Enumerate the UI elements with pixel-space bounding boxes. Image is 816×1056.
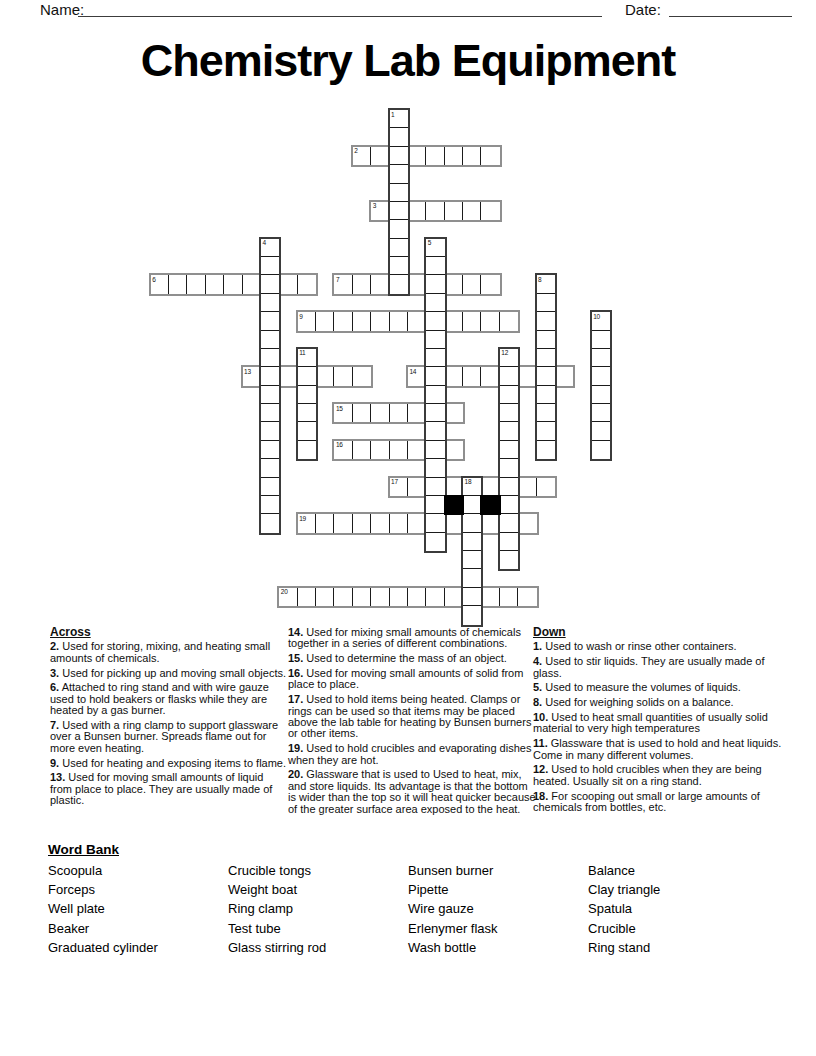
word-10-down: 10 xyxy=(590,310,612,461)
clue-down-5: 5. Used to measure the volumes of liquid… xyxy=(533,682,785,693)
grid-cell[interactable] xyxy=(445,147,463,165)
grid-cell[interactable] xyxy=(261,422,279,440)
grid-cell[interactable] xyxy=(463,588,481,606)
grid-cell[interactable] xyxy=(298,386,316,404)
grid-cell[interactable] xyxy=(316,514,334,532)
word-bank-item: Spatula xyxy=(588,899,660,918)
word-bank-item: Balance xyxy=(588,861,660,880)
grid-cell[interactable] xyxy=(592,349,610,367)
grid-cell[interactable] xyxy=(426,312,444,330)
grid-cell[interactable] xyxy=(463,202,481,220)
grid-cell[interactable] xyxy=(298,404,316,422)
grid-cell[interactable] xyxy=(353,312,371,330)
clues-down-column: Down 1. Used to wash or rinse other cont… xyxy=(533,627,785,817)
grid-cell[interactable] xyxy=(463,147,481,165)
grid-cell[interactable] xyxy=(500,441,518,459)
word-bank-item: Wash bottle xyxy=(408,938,498,957)
grid-cell[interactable] xyxy=(500,514,518,532)
grid-cell[interactable] xyxy=(518,478,536,496)
word-bank-item: Weight boat xyxy=(228,880,326,899)
grid-cell[interactable] xyxy=(592,367,610,385)
grid-cell[interactable] xyxy=(426,496,444,514)
clue-number: 16 xyxy=(336,441,343,448)
word-bank-item: Scoopula xyxy=(48,861,158,880)
grid-cell[interactable] xyxy=(206,275,224,293)
grid-cell[interactable] xyxy=(390,312,408,330)
grid-cell[interactable] xyxy=(187,275,205,293)
grid-cell[interactable] xyxy=(537,422,555,440)
clue-number: 6 xyxy=(152,276,155,283)
grid-cell[interactable] xyxy=(500,551,518,569)
grid-cell[interactable] xyxy=(445,404,463,422)
grid-cell[interactable] xyxy=(537,349,555,367)
grid-cell[interactable] xyxy=(390,128,408,146)
clue-number: 7 xyxy=(336,276,339,283)
word-bank-item: Ring stand xyxy=(588,938,660,957)
grid-cell[interactable] xyxy=(481,147,499,165)
word-11-down: 11 xyxy=(296,347,318,461)
grid-cell[interactable] xyxy=(426,441,444,459)
grid-cell[interactable] xyxy=(426,588,444,606)
grid-cell[interactable] xyxy=(426,202,444,220)
grid-cell[interactable] xyxy=(500,312,518,330)
grid-cell[interactable] xyxy=(537,478,555,496)
grid-cell[interactable] xyxy=(445,441,463,459)
clue-number: 11 xyxy=(299,349,305,356)
grid-cell[interactable] xyxy=(353,514,371,532)
grid-cell[interactable]: 18 xyxy=(463,478,481,496)
clue-number: 14 xyxy=(409,368,416,375)
grid-cell[interactable] xyxy=(261,496,279,514)
clues-across-column-1: Across 2. Used for storing, mixing, and … xyxy=(50,627,288,810)
grid-cell[interactable] xyxy=(224,275,242,293)
grid-cell[interactable] xyxy=(537,367,555,385)
grid-cell[interactable] xyxy=(463,312,481,330)
grid-cell[interactable] xyxy=(426,422,444,440)
word-bank-item: Erlenymer flask xyxy=(408,919,498,938)
grid-cell[interactable] xyxy=(445,312,463,330)
grid-cell[interactable]: 12 xyxy=(500,349,518,367)
clue-across-6: 6. Attached to ring stand and with wire … xyxy=(50,682,288,716)
grid-cell[interactable] xyxy=(592,331,610,349)
grid-cell[interactable] xyxy=(426,459,444,477)
word-bank-item: Crucible xyxy=(588,919,660,938)
grid-cell[interactable] xyxy=(537,404,555,422)
grid-cell[interactable] xyxy=(371,404,389,422)
grid-cell[interactable] xyxy=(500,404,518,422)
grid-cell[interactable]: 5 xyxy=(426,239,444,257)
grid-cell[interactable] xyxy=(463,514,481,532)
grid-cell[interactable] xyxy=(518,514,536,532)
word-4-down: 4 xyxy=(259,237,281,535)
grid-cell[interactable] xyxy=(426,275,444,293)
grid-cell[interactable]: 1 xyxy=(390,110,408,128)
grid-cell[interactable] xyxy=(261,459,279,477)
grid-cell[interactable] xyxy=(500,459,518,477)
grid-cell[interactable] xyxy=(481,202,499,220)
word-12-down: 12 xyxy=(498,347,520,572)
clue-across-16: 16. Used for moving small amounts of sol… xyxy=(288,668,536,691)
grid-cell[interactable] xyxy=(390,514,408,532)
clue-number: 4 xyxy=(262,239,265,246)
grid-cell[interactable] xyxy=(500,496,518,514)
grid-cell[interactable]: 6 xyxy=(151,275,169,293)
word-bank-item: Forceps xyxy=(48,880,158,899)
grid-cell[interactable] xyxy=(500,533,518,551)
grid-cell[interactable] xyxy=(371,588,389,606)
grid-cell[interactable] xyxy=(592,386,610,404)
clue-number: 13 xyxy=(244,368,251,375)
grid-cell[interactable] xyxy=(390,202,408,220)
clue-down-10: 10. Used to heat small quantities of usu… xyxy=(533,712,785,735)
grid-cell[interactable] xyxy=(353,441,371,459)
clue-number: 8 xyxy=(538,276,541,283)
word-bank-item: Crucible tongs xyxy=(228,861,326,880)
grid-cell[interactable]: 15 xyxy=(334,404,352,422)
word-1-down: 1 xyxy=(388,108,410,296)
clues-across-column-2: 14. Used for mixing small amounts of che… xyxy=(288,627,536,818)
grid-cell[interactable] xyxy=(537,331,555,349)
clue-number: 19 xyxy=(299,515,306,522)
grid-cell[interactable] xyxy=(426,404,444,422)
grid-cell[interactable] xyxy=(500,588,518,606)
grid-cell[interactable] xyxy=(390,220,408,238)
grid-cell[interactable] xyxy=(426,349,444,367)
clue-across-3: 3. Used for picking up and moving small … xyxy=(50,668,288,679)
clue-number: 20 xyxy=(281,588,288,595)
grid-cell[interactable]: 4 xyxy=(261,239,279,257)
grid-cell[interactable] xyxy=(518,588,536,606)
grid-cell[interactable] xyxy=(390,147,408,165)
word-bank-item: Well plate xyxy=(48,899,158,918)
word-bank-column-4: BalanceClay triangleSpatulaCrucibleRing … xyxy=(588,861,660,957)
grid-cell[interactable] xyxy=(537,441,555,459)
grid-cell[interactable] xyxy=(334,514,352,532)
clue-down-11: 11. Glassware that is used to hold and h… xyxy=(533,738,785,761)
black-cell xyxy=(444,495,464,515)
grid-cell[interactable] xyxy=(408,147,426,165)
word-20-across: 20 xyxy=(277,586,538,608)
grid-cell[interactable] xyxy=(390,275,408,293)
clue-across-7: 7. Used with a ring clamp to support gla… xyxy=(50,720,288,754)
down-header: Down xyxy=(533,627,785,638)
clue-number: 9 xyxy=(299,313,302,320)
clue-across-15: 15. Used to determine the mass of an obj… xyxy=(288,653,536,664)
grid-cell[interactable] xyxy=(353,367,371,385)
grid-cell[interactable] xyxy=(334,588,352,606)
grid-cell[interactable] xyxy=(481,588,499,606)
grid-cell[interactable] xyxy=(261,367,279,385)
word-6-across: 6 xyxy=(149,273,318,295)
word-bank-item: Wire gauze xyxy=(408,899,498,918)
grid-cell[interactable]: 11 xyxy=(298,349,316,367)
word-bank-column-3: Bunsen burnerPipetteWire gauzeErlenymer … xyxy=(408,861,498,957)
clue-down-1: 1. Used to wash or rinse other container… xyxy=(533,641,785,652)
grid-cell[interactable] xyxy=(408,202,426,220)
grid-cell[interactable] xyxy=(261,478,279,496)
grid-cell[interactable] xyxy=(463,496,481,514)
grid-cell[interactable] xyxy=(555,367,573,385)
grid-cell[interactable] xyxy=(353,275,371,293)
grid-cell[interactable] xyxy=(390,239,408,257)
grid-cell[interactable] xyxy=(537,386,555,404)
grid-cell[interactable] xyxy=(463,533,481,551)
word-7-across: 7 xyxy=(332,273,501,295)
grid-cell[interactable] xyxy=(334,367,352,385)
grid-cell[interactable] xyxy=(445,367,463,385)
clue-down-4: 4. Used to stir liquids. They are usuall… xyxy=(533,656,785,679)
grid-cell[interactable] xyxy=(463,275,481,293)
clue-across-14: 14. Used for mixing small amounts of che… xyxy=(288,627,536,650)
grid-cell[interactable] xyxy=(261,514,279,532)
grid-cell[interactable] xyxy=(463,367,481,385)
grid-cell[interactable] xyxy=(500,478,518,496)
grid-cell[interactable] xyxy=(261,386,279,404)
word-bank-item: Glass stirring rod xyxy=(228,938,326,957)
grid-cell[interactable] xyxy=(261,312,279,330)
clue-number: 2 xyxy=(354,147,357,154)
grid-cell[interactable] xyxy=(353,588,371,606)
grid-cell[interactable]: 17 xyxy=(390,478,408,496)
grid-cell[interactable] xyxy=(426,367,444,385)
word-bank-column-1: ScoopulaForcepsWell plateBeakerGraduated… xyxy=(48,861,158,957)
black-cell xyxy=(480,495,500,515)
grid-cell[interactable] xyxy=(426,331,444,349)
grid-cell[interactable] xyxy=(316,312,334,330)
clue-number: 18 xyxy=(465,478,472,485)
grid-cell[interactable] xyxy=(316,367,334,385)
grid-cell[interactable]: 7 xyxy=(334,275,352,293)
clue-number: 3 xyxy=(373,202,376,209)
grid-cell[interactable] xyxy=(426,294,444,312)
word-bank-item: Bunsen burner xyxy=(408,861,498,880)
grid-cell[interactable] xyxy=(371,312,389,330)
grid-cell[interactable] xyxy=(261,257,279,275)
word-bank-item: Beaker xyxy=(48,919,158,938)
grid-cell[interactable] xyxy=(426,514,444,532)
grid-cell[interactable] xyxy=(537,312,555,330)
clue-across-19: 19. Used to hold crucibles and evaporati… xyxy=(288,743,536,766)
grid-cell[interactable] xyxy=(500,422,518,440)
grid-cell[interactable] xyxy=(279,275,297,293)
word-bank-item: Pipette xyxy=(408,880,498,899)
grid-cell[interactable] xyxy=(408,588,426,606)
grid-cell[interactable] xyxy=(426,478,444,496)
clue-across-13: 13. Used for moving small amounts of liq… xyxy=(50,772,288,806)
grid-cell[interactable] xyxy=(261,404,279,422)
grid-cell[interactable] xyxy=(463,569,481,587)
grid-cell[interactable] xyxy=(261,294,279,312)
grid-cell[interactable] xyxy=(445,275,463,293)
grid-cell[interactable] xyxy=(298,588,316,606)
clue-across-20: 20. Glassware that is used to Used to he… xyxy=(288,769,536,815)
grid-cell[interactable] xyxy=(426,533,444,551)
grid-cell[interactable] xyxy=(261,441,279,459)
grid-cell[interactable]: 8 xyxy=(537,275,555,293)
word-bank-column-2: Crucible tongsWeight boatRing clampTest … xyxy=(228,861,326,957)
grid-cell[interactable] xyxy=(334,312,352,330)
word-bank-item: Test tube xyxy=(228,919,326,938)
grid-cell[interactable] xyxy=(463,551,481,569)
grid-cell[interactable] xyxy=(371,514,389,532)
grid-cell[interactable]: 16 xyxy=(334,441,352,459)
grid-cell[interactable] xyxy=(298,422,316,440)
grid-cell[interactable] xyxy=(537,294,555,312)
word-bank-item: Clay triangle xyxy=(588,880,660,899)
clue-number: 10 xyxy=(593,313,600,320)
grid-cell[interactable] xyxy=(298,367,316,385)
grid-cell[interactable] xyxy=(426,147,444,165)
word-bank-header: Word Bank xyxy=(48,842,119,857)
grid-cell[interactable] xyxy=(481,275,499,293)
grid-cell[interactable] xyxy=(445,202,463,220)
clue-down-12: 12. Used to hold crucibles when they are… xyxy=(533,764,785,787)
grid-cell[interactable] xyxy=(592,404,610,422)
clue-number: 12 xyxy=(501,349,508,356)
clue-number: 15 xyxy=(336,405,343,412)
clue-number: 1 xyxy=(391,111,394,118)
worksheet-page: Name: Date: Chemistry Lab Equipment 2367… xyxy=(0,0,816,1056)
word-bank-item: Graduated cylinder xyxy=(48,938,158,957)
grid-cell[interactable] xyxy=(298,441,316,459)
grid-cell[interactable] xyxy=(426,386,444,404)
clue-down-18: 18. For scooping out small or large amou… xyxy=(533,791,785,814)
grid-cell[interactable]: 2 xyxy=(353,147,371,165)
grid-cell[interactable] xyxy=(390,404,408,422)
grid-cell[interactable]: 19 xyxy=(298,514,316,532)
grid-cell[interactable] xyxy=(463,606,481,624)
clue-across-2: 2. Used for storing, mixing, and heating… xyxy=(50,641,288,664)
grid-cell[interactable] xyxy=(500,367,518,385)
clue-across-17: 17. Used to hold items being heated. Cla… xyxy=(288,694,536,740)
grid-cell[interactable] xyxy=(169,275,187,293)
grid-cell[interactable] xyxy=(592,422,610,440)
word-9-across: 9 xyxy=(296,310,521,332)
grid-cell[interactable] xyxy=(261,275,279,293)
grid-cell[interactable] xyxy=(298,275,316,293)
grid-cell[interactable] xyxy=(390,588,408,606)
grid-cell[interactable]: 9 xyxy=(298,312,316,330)
grid-cell[interactable] xyxy=(371,441,389,459)
grid-cell[interactable] xyxy=(261,331,279,349)
clue-across-9: 9. Used for heating and exposing items t… xyxy=(50,758,288,769)
grid-cell[interactable] xyxy=(481,312,499,330)
clue-number: 5 xyxy=(428,239,431,246)
grid-cell[interactable] xyxy=(261,349,279,367)
word-8-down: 8 xyxy=(535,273,557,461)
clue-number: 17 xyxy=(391,478,398,485)
grid-cell[interactable]: 20 xyxy=(279,588,297,606)
grid-cell[interactable] xyxy=(426,257,444,275)
word-bank-item: Ring clamp xyxy=(228,899,326,918)
grid-cell[interactable] xyxy=(390,165,408,183)
grid-cell[interactable] xyxy=(390,441,408,459)
across-header: Across xyxy=(50,627,288,638)
word-2-across: 2 xyxy=(351,145,502,167)
grid-cell[interactable] xyxy=(353,404,371,422)
grid-cell[interactable] xyxy=(592,441,610,459)
clue-down-8: 8. Used for weighing solids on a balance… xyxy=(533,697,785,708)
grid-cell[interactable] xyxy=(390,257,408,275)
grid-cell[interactable] xyxy=(390,184,408,202)
grid-cell[interactable] xyxy=(500,386,518,404)
grid-cell[interactable] xyxy=(316,588,334,606)
grid-cell[interactable]: 10 xyxy=(592,312,610,330)
